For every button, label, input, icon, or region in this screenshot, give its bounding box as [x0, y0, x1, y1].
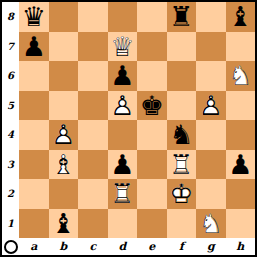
square-h4[interactable]: [226, 120, 256, 150]
square-a7[interactable]: ♟: [19, 32, 49, 62]
black-bishop-glyph: ♝: [228, 2, 252, 32]
square-e2[interactable]: [137, 179, 167, 209]
file-label-g: g: [196, 238, 226, 255]
square-f3[interactable]: ♜♖: [167, 150, 197, 180]
rank-label-3: 3: [2, 150, 19, 180]
square-c8[interactable]: [78, 2, 108, 32]
file-label-a: a: [19, 238, 49, 255]
white-knight-outline-glyph: ♘: [228, 61, 252, 91]
square-f1[interactable]: [167, 209, 197, 239]
square-g5[interactable]: ♟♙: [196, 91, 226, 121]
square-d4[interactable]: [108, 120, 138, 150]
file-label-e: e: [137, 238, 167, 255]
square-c1[interactable]: [78, 209, 108, 239]
square-f4[interactable]: ♞: [167, 120, 197, 150]
piece-white-knight[interactable]: ♞♘: [228, 61, 252, 91]
square-b6[interactable]: [49, 61, 79, 91]
black-knight-glyph: ♞: [169, 120, 193, 150]
square-e6[interactable]: [137, 61, 167, 91]
square-c4[interactable]: [78, 120, 108, 150]
piece-white-pawn[interactable]: ♟♙: [51, 120, 75, 150]
square-a8[interactable]: ♛: [19, 2, 49, 32]
square-b8[interactable]: [49, 2, 79, 32]
square-g3[interactable]: [196, 150, 226, 180]
square-e1[interactable]: [137, 209, 167, 239]
piece-black-queen[interactable]: ♛: [22, 2, 46, 32]
black-pawn-glyph: ♟: [228, 150, 252, 180]
file-labels: abcdefgh: [19, 238, 255, 255]
black-rook-glyph: ♜: [169, 2, 193, 32]
square-h2[interactable]: [226, 179, 256, 209]
file-label-b: b: [49, 238, 79, 255]
black-queen-glyph: ♛: [22, 2, 46, 32]
white-king-outline-glyph: ♔: [169, 179, 193, 209]
square-a4[interactable]: [19, 120, 49, 150]
white-pawn-outline-glyph: ♙: [199, 91, 223, 121]
square-f5[interactable]: [167, 91, 197, 121]
square-b4[interactable]: ♟♙: [49, 120, 79, 150]
piece-white-rook[interactable]: ♜♖: [110, 179, 134, 209]
square-g6[interactable]: [196, 61, 226, 91]
white-bishop-outline-glyph: ♗: [51, 150, 75, 180]
black-pawn-glyph: ♟: [110, 61, 134, 91]
square-b3[interactable]: ♝♗: [49, 150, 79, 180]
square-b5[interactable]: [49, 91, 79, 121]
square-f2[interactable]: ♚♔: [167, 179, 197, 209]
square-c7[interactable]: [78, 32, 108, 62]
square-a2[interactable]: [19, 179, 49, 209]
rank-label-6: 6: [2, 61, 19, 91]
square-e3[interactable]: [137, 150, 167, 180]
piece-black-rook[interactable]: ♜: [169, 2, 193, 32]
square-h8[interactable]: ♝: [226, 2, 256, 32]
square-c2[interactable]: [78, 179, 108, 209]
piece-white-bishop[interactable]: ♝♗: [51, 150, 75, 180]
square-g4[interactable]: [196, 120, 226, 150]
square-d8[interactable]: [108, 2, 138, 32]
square-g1[interactable]: ♞♘: [196, 209, 226, 239]
square-g7[interactable]: [196, 32, 226, 62]
square-a3[interactable]: [19, 150, 49, 180]
square-a6[interactable]: [19, 61, 49, 91]
white-rook-outline-glyph: ♖: [110, 179, 134, 209]
square-f7[interactable]: [167, 32, 197, 62]
file-label-h: h: [226, 238, 256, 255]
rank-label-4: 4: [2, 120, 19, 150]
square-c6[interactable]: [78, 61, 108, 91]
piece-black-pawn[interactable]: ♟: [110, 150, 134, 180]
piece-black-bishop[interactable]: ♝: [51, 209, 75, 239]
piece-white-queen[interactable]: ♛♕: [110, 32, 134, 62]
square-c3[interactable]: [78, 150, 108, 180]
square-d1[interactable]: [108, 209, 138, 239]
white-knight-outline-glyph: ♘: [199, 209, 223, 239]
square-g2[interactable]: [196, 179, 226, 209]
piece-white-knight[interactable]: ♞♘: [199, 209, 223, 239]
square-f6[interactable]: [167, 61, 197, 91]
black-pawn-glyph: ♟: [110, 150, 134, 180]
rank-label-2: 2: [2, 179, 19, 209]
square-f8[interactable]: ♜: [167, 2, 197, 32]
square-d2[interactable]: ♜♖: [108, 179, 138, 209]
piece-white-pawn[interactable]: ♟♙: [199, 91, 223, 121]
rank-label-7: 7: [2, 32, 19, 62]
chess-diagram: 87654321 ♛♜♝♟♛♕♟♞♘♟♙♚♟♙♟♙♞♝♗♟♜♖♟♜♖♚♔♝♞♘ …: [0, 0, 257, 257]
square-d7[interactable]: ♛♕: [108, 32, 138, 62]
piece-black-knight[interactable]: ♞: [169, 120, 193, 150]
piece-black-pawn[interactable]: ♟: [228, 150, 252, 180]
rank-label-1: 1: [2, 209, 19, 239]
white-rook-outline-glyph: ♖: [169, 150, 193, 180]
white-queen-outline-glyph: ♕: [110, 32, 134, 62]
file-label-f: f: [167, 238, 197, 255]
white-pawn-outline-glyph: ♙: [51, 120, 75, 150]
piece-black-pawn[interactable]: ♟: [110, 61, 134, 91]
turn-indicator-white-circle: [4, 240, 18, 254]
rank-label-5: 5: [2, 91, 19, 121]
square-e8[interactable]: [137, 2, 167, 32]
file-label-c: c: [78, 238, 108, 255]
square-h6[interactable]: ♞♘: [226, 61, 256, 91]
square-h7[interactable]: [226, 32, 256, 62]
piece-black-pawn[interactable]: ♟: [22, 32, 46, 62]
piece-black-king[interactable]: ♚: [140, 91, 164, 121]
square-d5[interactable]: ♟♙: [108, 91, 138, 121]
square-b7[interactable]: [49, 32, 79, 62]
square-d6[interactable]: ♟: [108, 61, 138, 91]
black-bishop-glyph: ♝: [51, 209, 75, 239]
piece-white-king[interactable]: ♚♔: [169, 179, 193, 209]
piece-white-pawn[interactable]: ♟♙: [110, 91, 134, 121]
black-pawn-glyph: ♟: [22, 32, 46, 62]
square-b2[interactable]: [49, 179, 79, 209]
square-d3[interactable]: ♟: [108, 150, 138, 180]
file-label-d: d: [108, 238, 138, 255]
piece-black-bishop[interactable]: ♝: [228, 2, 252, 32]
square-e5[interactable]: ♚: [137, 91, 167, 121]
square-c5[interactable]: [78, 91, 108, 121]
rank-label-8: 8: [2, 2, 19, 32]
piece-white-rook[interactable]: ♜♖: [169, 150, 193, 180]
square-b1[interactable]: ♝: [49, 209, 79, 239]
square-h1[interactable]: [226, 209, 256, 239]
chess-board[interactable]: ♛♜♝♟♛♕♟♞♘♟♙♚♟♙♟♙♞♝♗♟♜♖♟♜♖♚♔♝♞♘: [19, 2, 255, 238]
square-h5[interactable]: [226, 91, 256, 121]
black-king-glyph: ♚: [140, 91, 164, 121]
square-h3[interactable]: ♟: [226, 150, 256, 180]
white-pawn-outline-glyph: ♙: [110, 91, 134, 121]
square-a5[interactable]: [19, 91, 49, 121]
square-a1[interactable]: [19, 209, 49, 239]
square-e4[interactable]: [137, 120, 167, 150]
square-g8[interactable]: [196, 2, 226, 32]
square-e7[interactable]: [137, 32, 167, 62]
rank-labels: 87654321: [2, 2, 19, 238]
